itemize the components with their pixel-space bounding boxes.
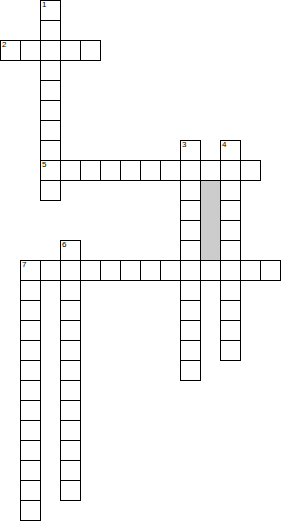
crossword-cell[interactable] (220, 300, 241, 321)
crossword-cell[interactable] (40, 180, 61, 201)
crossword-cell[interactable] (240, 260, 261, 281)
crossword-cell[interactable] (40, 40, 61, 61)
clue-number: 5 (42, 161, 46, 169)
crossword-cell[interactable] (60, 160, 81, 181)
crossword-cell[interactable] (140, 160, 161, 181)
crossword-cell[interactable] (180, 240, 201, 261)
crossword-cell[interactable] (60, 40, 81, 61)
crossword-cell[interactable] (200, 160, 221, 181)
crossword-cell[interactable] (20, 500, 41, 521)
crossword-cell[interactable] (180, 280, 201, 301)
crossword-cell[interactable] (20, 340, 41, 361)
crossword-cell[interactable] (80, 260, 101, 281)
crossword-cell[interactable] (220, 220, 241, 241)
crossword-cell[interactable] (20, 460, 41, 481)
crossword-cell[interactable] (60, 440, 81, 461)
crossword-cell[interactable] (180, 340, 201, 361)
crossword-cell[interactable] (60, 400, 81, 421)
crossword-cell[interactable] (180, 260, 201, 281)
crossword-cell[interactable] (20, 320, 41, 341)
crossword-cell[interactable] (20, 280, 41, 301)
crossword-cell[interactable] (20, 400, 41, 421)
clue-number: 4 (222, 141, 226, 149)
crossword-cell[interactable] (40, 260, 61, 281)
crossword-cell[interactable] (60, 460, 81, 481)
crossword-cell[interactable] (80, 40, 101, 61)
crossword-cell[interactable] (40, 140, 61, 161)
clue-number: 1 (42, 1, 46, 9)
crossword-cell[interactable] (20, 300, 41, 321)
crossword-cell[interactable] (60, 360, 81, 381)
crossword-cell[interactable] (20, 380, 41, 401)
crossword-cell[interactable] (180, 300, 201, 321)
crossword-cell[interactable] (60, 320, 81, 341)
crossword-cell[interactable] (40, 20, 61, 41)
crossword-cell[interactable] (220, 180, 241, 201)
crossword-cell[interactable] (180, 160, 201, 181)
clue-number: 6 (62, 241, 66, 249)
crossword-cell[interactable] (60, 280, 81, 301)
clue-number: 7 (22, 261, 26, 269)
crossword-cell[interactable] (20, 420, 41, 441)
crossword-cell[interactable] (220, 240, 241, 261)
crossword-cell[interactable] (100, 260, 121, 281)
crossword-cell[interactable] (160, 160, 181, 181)
crossword-cell[interactable] (80, 160, 101, 181)
crossword-cell[interactable] (60, 420, 81, 441)
crossword-cell[interactable] (60, 300, 81, 321)
crossword-cell[interactable] (100, 160, 121, 181)
crossword-cell[interactable] (60, 260, 81, 281)
crossword-cell[interactable] (120, 160, 141, 181)
crossword-cell[interactable] (180, 320, 201, 341)
crossword-cell[interactable] (260, 260, 281, 281)
crossword-cell[interactable] (220, 320, 241, 341)
crossword-cell[interactable] (180, 360, 201, 381)
crossword-cell[interactable] (220, 200, 241, 221)
crossword-cell[interactable] (220, 260, 241, 281)
crossword-grid: 1234567 (0, 0, 281, 521)
crossword-cell[interactable] (20, 40, 41, 61)
crossword-cell[interactable] (140, 260, 161, 281)
crossword-cell[interactable] (220, 280, 241, 301)
crossword-cell[interactable] (220, 160, 241, 181)
crossword-cell[interactable] (20, 360, 41, 381)
crossword-cell[interactable] (120, 260, 141, 281)
crossword-cell[interactable] (60, 340, 81, 361)
crossword-cell[interactable] (40, 100, 61, 121)
crossword-cell[interactable] (180, 200, 201, 221)
crossword-cell[interactable] (180, 180, 201, 201)
crossword-cell[interactable] (40, 60, 61, 81)
crossword-cell[interactable] (180, 220, 201, 241)
clue-number: 2 (2, 41, 6, 49)
clue-number: 3 (182, 141, 186, 149)
crossword-cell[interactable] (40, 80, 61, 101)
crossword-cell[interactable] (160, 260, 181, 281)
crossword-cell[interactable] (240, 160, 261, 181)
crossword-cell[interactable] (40, 120, 61, 141)
crossword-cell[interactable] (220, 340, 241, 361)
crossword-cell[interactable] (20, 440, 41, 461)
crossword-cell[interactable] (60, 380, 81, 401)
solution-strip (200, 180, 221, 261)
crossword-cell[interactable] (60, 480, 81, 501)
crossword-cell[interactable] (20, 480, 41, 501)
crossword-cell[interactable] (200, 260, 221, 281)
